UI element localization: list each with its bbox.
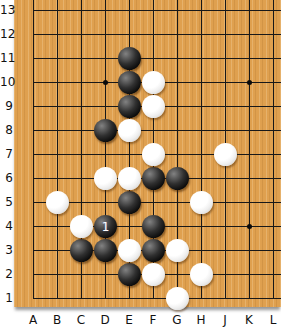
row-label: 5 <box>0 194 13 210</box>
white-stone[interactable] <box>166 287 189 310</box>
column-label: J <box>215 313 235 327</box>
grid-vertical-line <box>33 0 34 299</box>
white-stone[interactable] <box>142 143 165 166</box>
black-stone[interactable] <box>118 47 141 70</box>
white-stone[interactable] <box>118 167 141 190</box>
black-stone[interactable] <box>70 239 93 262</box>
white-stone[interactable] <box>142 71 165 94</box>
row-label: 2 <box>0 266 13 282</box>
black-stone[interactable]: 1 <box>94 215 117 238</box>
white-stone[interactable] <box>118 119 141 142</box>
row-label: 7 <box>0 146 13 162</box>
grid-horizontal-line <box>33 10 281 11</box>
black-stone[interactable] <box>94 239 117 262</box>
column-label: A <box>23 313 43 327</box>
column-label: G <box>167 313 187 327</box>
column-label: L <box>263 313 281 327</box>
white-stone[interactable] <box>118 239 141 262</box>
grid-horizontal-line <box>33 298 281 299</box>
grid-vertical-line <box>249 0 250 299</box>
white-stone[interactable] <box>142 263 165 286</box>
grid-horizontal-line <box>33 130 281 131</box>
white-stone[interactable] <box>214 143 237 166</box>
move-number-label: 1 <box>102 221 110 233</box>
row-label: 10 <box>0 74 13 90</box>
go-board[interactable]: 1 <box>14 0 281 307</box>
row-label: 8 <box>0 122 13 138</box>
white-stone[interactable] <box>70 215 93 238</box>
black-stone[interactable] <box>118 263 141 286</box>
row-label: 4 <box>0 218 13 234</box>
black-stone[interactable] <box>118 71 141 94</box>
white-stone[interactable] <box>190 191 213 214</box>
row-label: 6 <box>0 170 13 186</box>
star-point <box>103 80 108 85</box>
black-stone[interactable] <box>118 95 141 118</box>
grid-vertical-line <box>201 0 202 299</box>
row-label: 11 <box>0 50 13 66</box>
grid-vertical-line <box>273 0 274 299</box>
grid-vertical-line <box>57 0 58 299</box>
grid-horizontal-line <box>33 58 281 59</box>
column-label: D <box>95 313 115 327</box>
white-stone[interactable] <box>142 95 165 118</box>
grid-horizontal-line <box>33 34 281 35</box>
black-stone[interactable] <box>118 191 141 214</box>
white-stone[interactable] <box>94 167 117 190</box>
row-label: 3 <box>0 242 13 258</box>
column-label: E <box>119 313 139 327</box>
black-stone[interactable] <box>142 167 165 190</box>
row-label: 9 <box>0 98 13 114</box>
white-stone[interactable] <box>190 263 213 286</box>
black-stone[interactable] <box>142 215 165 238</box>
column-label: C <box>71 313 91 327</box>
black-stone[interactable] <box>142 239 165 262</box>
black-stone[interactable] <box>166 167 189 190</box>
column-label: F <box>143 313 163 327</box>
star-point <box>247 80 252 85</box>
row-label: 12 <box>0 26 13 42</box>
row-label: 1 <box>0 290 13 306</box>
column-label: K <box>239 313 259 327</box>
row-label: 13 <box>0 2 13 18</box>
star-point <box>247 224 252 229</box>
grid-horizontal-line <box>33 202 281 203</box>
black-stone[interactable] <box>94 119 117 142</box>
go-board-screen: 1 13121110987654321 ABCDEFGHJKL <box>0 0 281 332</box>
white-stone[interactable] <box>46 191 69 214</box>
column-label: H <box>191 313 211 327</box>
white-stone[interactable] <box>166 239 189 262</box>
column-label: B <box>47 313 67 327</box>
